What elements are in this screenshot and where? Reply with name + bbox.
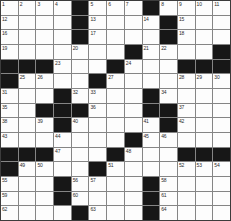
black-cell-r11c12 — [196, 148, 213, 162]
grid-cell-r15c13[interactable] — [213, 206, 230, 220]
black-cell-r4c8 — [125, 45, 142, 59]
grid-cell-r6c9[interactable] — [143, 74, 160, 88]
clue-number-31: 31 — [2, 89, 7, 95]
clue-number-44: 44 — [55, 133, 60, 139]
grid-cell-r11c9[interactable] — [143, 148, 160, 162]
grid-cell-r2c3[interactable] — [36, 16, 53, 30]
clue-number-3: 3 — [37, 1, 40, 7]
grid-cell-r12c12[interactable]: 53 — [196, 162, 213, 176]
clue-number-14: 14 — [144, 16, 149, 22]
grid-cell-r14c3[interactable] — [36, 192, 53, 206]
clue-number-4: 4 — [55, 1, 58, 7]
clue-number-13: 13 — [90, 16, 95, 22]
clue-number-42: 42 — [179, 118, 184, 124]
clue-number-60: 60 — [73, 192, 78, 198]
grid-cell-r13c8[interactable] — [125, 177, 142, 191]
grid-cell-r14c6[interactable] — [89, 192, 106, 206]
clue-number-6: 6 — [108, 1, 111, 7]
grid-cell-r12c3[interactable]: 50 — [36, 162, 53, 176]
grid-cell-r7c5[interactable]: 32 — [72, 89, 89, 103]
grid-cell-r7c13[interactable] — [213, 89, 230, 103]
black-cell-r3c5 — [72, 30, 89, 44]
clue-number-51: 51 — [108, 162, 113, 168]
black-cell-r5c2 — [19, 60, 36, 74]
grid-cell-r11c8[interactable]: 48 — [125, 148, 142, 162]
black-cell-r15c5 — [72, 206, 89, 220]
clue-number-37: 37 — [179, 104, 184, 110]
grid-cell-r1c1[interactable]: 1 — [1, 1, 18, 15]
crossword-grid: 1234567891011121314151617181920212223242… — [0, 0, 231, 221]
black-cell-r8c10 — [160, 104, 177, 118]
grid-cell-r1c6[interactable]: 5 — [89, 1, 106, 15]
black-cell-r6c1 — [1, 74, 18, 88]
clue-number-52: 52 — [179, 162, 184, 168]
grid-cell-r4c2[interactable] — [19, 45, 36, 59]
grid-cell-r9c11[interactable]: 42 — [178, 118, 195, 132]
black-cell-r8c3 — [36, 104, 53, 118]
grid-cell-r6c12[interactable]: 29 — [196, 74, 213, 88]
grid-cell-r6c8[interactable] — [125, 74, 142, 88]
black-cell-r14c4 — [54, 192, 71, 206]
clue-number-9: 9 — [179, 1, 182, 7]
grid-cell-r6c5[interactable] — [72, 74, 89, 88]
grid-cell-r1c2[interactable]: 2 — [19, 1, 36, 15]
grid-cell-r8c6[interactable]: 36 — [89, 104, 106, 118]
clue-number-7: 7 — [126, 1, 129, 7]
clue-number-48: 48 — [126, 148, 131, 154]
grid-cell-r4c11[interactable] — [178, 45, 195, 59]
clue-number-57: 57 — [90, 177, 95, 183]
grid-cell-r8c11[interactable]: 37 — [178, 104, 195, 118]
grid-cell-r4c9[interactable]: 21 — [143, 45, 160, 59]
grid-cell-r3c7[interactable] — [107, 30, 124, 44]
grid-cell-r9c13[interactable] — [213, 118, 230, 132]
grid-cell-r14c5[interactable]: 60 — [72, 192, 89, 206]
black-cell-r1c5 — [72, 1, 89, 15]
grid-cell-r7c2[interactable] — [19, 89, 36, 103]
grid-cell-r10c10[interactable]: 46 — [160, 133, 177, 147]
grid-cell-r8c13[interactable] — [213, 104, 230, 118]
grid-cell-r7c6[interactable]: 33 — [89, 89, 106, 103]
grid-cell-r4c4[interactable] — [54, 45, 71, 59]
grid-cell-r4c3[interactable] — [36, 45, 53, 59]
grid-cell-r8c12[interactable] — [196, 104, 213, 118]
black-cell-r7c9 — [143, 89, 160, 103]
grid-cell-r10c4[interactable]: 44 — [54, 133, 71, 147]
clue-number-46: 46 — [161, 133, 166, 139]
grid-cell-r9c8[interactable] — [125, 118, 142, 132]
grid-cell-r8c1[interactable]: 35 — [1, 104, 18, 118]
grid-cell-r2c7[interactable] — [107, 16, 124, 30]
grid-cell-r13c6[interactable]: 57 — [89, 177, 106, 191]
grid-cell-r9c12[interactable] — [196, 118, 213, 132]
black-cell-r5c7 — [107, 60, 124, 74]
clue-number-22: 22 — [161, 45, 166, 51]
grid-cell-r3c1[interactable]: 16 — [1, 30, 18, 44]
grid-cell-r14c13[interactable] — [213, 192, 230, 206]
grid-cell-r3c3[interactable] — [36, 30, 53, 44]
grid-cell-r15c11[interactable] — [178, 206, 195, 220]
clue-number-1: 1 — [2, 1, 5, 7]
clue-number-15: 15 — [179, 16, 184, 22]
grid-cell-r15c6[interactable]: 63 — [89, 206, 106, 220]
clue-number-2: 2 — [20, 1, 23, 7]
black-cell-r7c4 — [54, 89, 71, 103]
black-cell-r11c11 — [178, 148, 195, 162]
grid-cell-r11c6[interactable] — [89, 148, 106, 162]
clue-number-62: 62 — [2, 206, 7, 212]
grid-cell-r12c9[interactable] — [143, 162, 160, 176]
clue-number-33: 33 — [90, 89, 95, 95]
grid-cell-r10c11[interactable] — [178, 133, 195, 147]
grid-cell-r3c9[interactable] — [143, 30, 160, 44]
black-cell-r9c10 — [160, 118, 177, 132]
grid-cell-r14c7[interactable] — [107, 192, 124, 206]
grid-cell-r12c11[interactable]: 52 — [178, 162, 195, 176]
clue-number-23: 23 — [55, 60, 60, 66]
grid-cell-r6c4[interactable] — [54, 74, 71, 88]
grid-cell-r2c9[interactable]: 14 — [143, 16, 160, 30]
clue-number-24: 24 — [126, 60, 131, 66]
grid-cell-r10c13[interactable] — [213, 133, 230, 147]
grid-cell-r1c7[interactable]: 6 — [107, 1, 124, 15]
black-cell-r5c12 — [196, 60, 213, 74]
grid-cell-r9c9[interactable]: 41 — [143, 118, 160, 132]
black-cell-r12c1 — [1, 162, 18, 176]
grid-cell-r10c5[interactable] — [72, 133, 89, 147]
clue-number-36: 36 — [90, 104, 95, 110]
grid-cell-r6c13[interactable]: 30 — [213, 74, 230, 88]
black-cell-r5c1 — [1, 60, 18, 74]
grid-cell-r10c3[interactable] — [36, 133, 53, 147]
grid-cell-r13c13[interactable] — [213, 177, 230, 191]
grid-cell-r15c8[interactable] — [125, 206, 142, 220]
grid-cell-r13c1[interactable]: 55 — [1, 177, 18, 191]
black-cell-r12c6 — [89, 162, 106, 176]
clue-number-8: 8 — [161, 1, 164, 7]
grid-cell-r7c1[interactable]: 31 — [1, 89, 18, 103]
black-cell-r8c9 — [143, 104, 160, 118]
grid-cell-r7c10[interactable]: 34 — [160, 89, 177, 103]
clue-number-49: 49 — [20, 162, 25, 168]
grid-cell-r13c11[interactable] — [178, 177, 195, 191]
black-cell-r5c13 — [213, 60, 230, 74]
grid-cell-r10c1[interactable]: 43 — [1, 133, 18, 147]
grid-cell-r8c2[interactable] — [19, 104, 36, 118]
grid-cell-r9c2[interactable] — [19, 118, 36, 132]
grid-cell-r2c6[interactable]: 13 — [89, 16, 106, 30]
black-cell-r11c7 — [107, 148, 124, 162]
clue-number-21: 21 — [144, 45, 149, 51]
grid-cell-r10c9[interactable]: 45 — [143, 133, 160, 147]
clue-number-5: 5 — [90, 1, 93, 7]
grid-cell-r6c7[interactable]: 27 — [107, 74, 124, 88]
grid-cell-r13c10[interactable]: 58 — [160, 177, 177, 191]
black-cell-r8c4 — [54, 104, 71, 118]
clue-number-17: 17 — [90, 30, 95, 36]
grid-cell-r7c12[interactable] — [196, 89, 213, 103]
grid-cell-r2c12[interactable] — [196, 16, 213, 30]
grid-cell-r13c5[interactable]: 56 — [72, 177, 89, 191]
grid-cell-r9c1[interactable]: 38 — [1, 118, 18, 132]
black-cell-r11c2 — [19, 148, 36, 162]
black-cell-r3c10 — [160, 30, 177, 44]
black-cell-r2c10 — [160, 16, 177, 30]
grid-cell-r3c2[interactable] — [19, 30, 36, 44]
clue-number-54: 54 — [214, 162, 219, 168]
grid-cell-r8c7[interactable] — [107, 104, 124, 118]
clue-number-50: 50 — [37, 162, 42, 168]
crossword-puzzle: 1234567891011121314151617181920212223242… — [0, 0, 231, 221]
grid-cell-r5c10[interactable] — [160, 60, 177, 74]
grid-cell-r9c5[interactable]: 40 — [72, 118, 89, 132]
black-cell-r11c13 — [213, 148, 230, 162]
clue-number-16: 16 — [2, 30, 7, 36]
clue-number-40: 40 — [73, 118, 78, 124]
black-cell-r9c4 — [54, 118, 71, 132]
clue-number-26: 26 — [37, 74, 42, 80]
grid-cell-r3c4[interactable] — [54, 30, 71, 44]
grid-cell-r3c6[interactable]: 17 — [89, 30, 106, 44]
grid-cell-r4c10[interactable]: 22 — [160, 45, 177, 59]
clue-number-43: 43 — [2, 133, 7, 139]
grid-cell-r15c10[interactable]: 64 — [160, 206, 177, 220]
grid-cell-r12c10[interactable] — [160, 162, 177, 176]
clue-number-35: 35 — [2, 104, 7, 110]
clue-number-27: 27 — [108, 74, 113, 80]
grid-cell-r6c10[interactable] — [160, 74, 177, 88]
grid-cell-r14c10[interactable]: 61 — [160, 192, 177, 206]
grid-cell-r12c5[interactable] — [72, 162, 89, 176]
clue-number-64: 64 — [161, 206, 166, 212]
grid-cell-r12c2[interactable]: 49 — [19, 162, 36, 176]
black-cell-r13c4 — [54, 177, 71, 191]
grid-cell-r3c11[interactable]: 18 — [178, 30, 195, 44]
clue-number-19: 19 — [2, 45, 7, 51]
grid-cell-r4c12[interactable] — [196, 45, 213, 59]
grid-cell-r1c8[interactable]: 7 — [125, 1, 142, 15]
grid-cell-r4c5[interactable]: 20 — [72, 45, 89, 59]
grid-cell-r11c10[interactable] — [160, 148, 177, 162]
clue-number-32: 32 — [73, 89, 78, 95]
grid-cell-r12c4[interactable] — [54, 162, 71, 176]
clue-number-61: 61 — [161, 192, 166, 198]
black-cell-r1c9 — [143, 1, 160, 15]
grid-cell-r1c4[interactable]: 4 — [54, 1, 71, 15]
grid-cell-r9c7[interactable] — [107, 118, 124, 132]
grid-cell-r7c3[interactable] — [36, 89, 53, 103]
grid-cell-r9c6[interactable] — [89, 118, 106, 132]
grid-cell-r14c8[interactable] — [125, 192, 142, 206]
clue-number-47: 47 — [55, 148, 60, 154]
grid-cell-r10c12[interactable] — [196, 133, 213, 147]
grid-cell-r6c11[interactable]: 28 — [178, 74, 195, 88]
black-cell-r11c3 — [36, 148, 53, 162]
grid-cell-r15c2[interactable] — [19, 206, 36, 220]
grid-cell-r1c13[interactable]: 11 — [213, 1, 230, 15]
grid-cell-r2c1[interactable]: 12 — [1, 16, 18, 30]
grid-cell-r7c8[interactable] — [125, 89, 142, 103]
clue-number-30: 30 — [214, 74, 219, 80]
clue-number-12: 12 — [2, 16, 7, 22]
clue-number-45: 45 — [144, 133, 149, 139]
black-cell-r15c9 — [143, 206, 160, 220]
grid-cell-r2c2[interactable] — [19, 16, 36, 30]
clue-number-20: 20 — [73, 45, 78, 51]
grid-cell-r3c12[interactable] — [196, 30, 213, 44]
grid-cell-r1c12[interactable]: 10 — [196, 1, 213, 15]
grid-cell-r9c3[interactable]: 39 — [36, 118, 53, 132]
grid-cell-r5c4[interactable]: 23 — [54, 60, 71, 74]
grid-cell-r15c3[interactable] — [36, 206, 53, 220]
grid-cell-r8c8[interactable] — [125, 104, 142, 118]
grid-cell-r2c4[interactable] — [54, 16, 71, 30]
grid-cell-r5c9[interactable] — [143, 60, 160, 74]
grid-cell-r13c3[interactable] — [36, 177, 53, 191]
grid-cell-r14c1[interactable]: 59 — [1, 192, 18, 206]
clue-number-58: 58 — [161, 177, 166, 183]
grid-cell-r6c3[interactable]: 26 — [36, 74, 53, 88]
grid-cell-r13c7[interactable] — [107, 177, 124, 191]
clue-number-10: 10 — [197, 1, 202, 7]
grid-cell-r14c11[interactable] — [178, 192, 195, 206]
clue-number-53: 53 — [197, 162, 202, 168]
grid-cell-r6c2[interactable]: 25 — [19, 74, 36, 88]
clue-number-59: 59 — [2, 192, 7, 198]
clue-number-38: 38 — [2, 118, 7, 124]
grid-cell-r11c4[interactable]: 47 — [54, 148, 71, 162]
clue-number-11: 11 — [214, 1, 219, 7]
clue-number-25: 25 — [20, 74, 25, 80]
grid-cell-r15c12[interactable] — [196, 206, 213, 220]
black-cell-r4c13 — [213, 45, 230, 59]
grid-cell-r14c2[interactable] — [19, 192, 36, 206]
grid-cell-r3c13[interactable] — [213, 30, 230, 44]
grid-cell-r2c13[interactable] — [213, 16, 230, 30]
grid-cell-r1c3[interactable]: 3 — [36, 1, 53, 15]
grid-cell-r12c13[interactable]: 54 — [213, 162, 230, 176]
grid-cell-r2c11[interactable]: 15 — [178, 16, 195, 30]
grid-cell-r13c12[interactable] — [196, 177, 213, 191]
black-cell-r14c9 — [143, 192, 160, 206]
black-cell-r5c3 — [36, 60, 53, 74]
grid-cell-r10c7[interactable] — [107, 133, 124, 147]
grid-cell-r15c4[interactable] — [54, 206, 71, 220]
grid-cell-r15c7[interactable] — [107, 206, 124, 220]
grid-cell-r7c11[interactable] — [178, 89, 195, 103]
grid-cell-r12c8[interactable] — [125, 162, 142, 176]
grid-cell-r5c5[interactable] — [72, 60, 89, 74]
grid-cell-r13c2[interactable] — [19, 177, 36, 191]
grid-cell-r4c1[interactable]: 19 — [1, 45, 18, 59]
clue-number-41: 41 — [144, 118, 149, 124]
clue-number-55: 55 — [2, 177, 7, 183]
black-cell-r11c1 — [1, 148, 18, 162]
grid-cell-r5c8[interactable]: 24 — [125, 60, 142, 74]
grid-cell-r1c10[interactable]: 8 — [160, 1, 177, 15]
grid-cell-r11c5[interactable] — [72, 148, 89, 162]
black-cell-r2c5 — [72, 16, 89, 30]
black-cell-r5c11 — [178, 60, 195, 74]
grid-cell-r1c11[interactable]: 9 — [178, 1, 195, 15]
clue-number-34: 34 — [161, 89, 166, 95]
clue-number-18: 18 — [179, 30, 184, 36]
black-cell-r13c9 — [143, 177, 160, 191]
grid-cell-r10c2[interactable] — [19, 133, 36, 147]
black-cell-r6c6 — [89, 74, 106, 88]
clue-number-56: 56 — [73, 177, 78, 183]
clue-number-39: 39 — [37, 118, 42, 124]
grid-cell-r3c8[interactable] — [125, 30, 142, 44]
clue-number-63: 63 — [90, 206, 95, 212]
grid-cell-r12c7[interactable]: 51 — [107, 162, 124, 176]
grid-cell-r4c7[interactable] — [107, 45, 124, 59]
grid-cell-r10c6[interactable] — [89, 133, 106, 147]
grid-cell-r5c6[interactable] — [89, 60, 106, 74]
clue-number-29: 29 — [197, 74, 202, 80]
black-cell-r10c8 — [125, 133, 142, 147]
grid-cell-r2c8[interactable] — [125, 16, 142, 30]
clue-number-28: 28 — [179, 74, 184, 80]
grid-cell-r14c12[interactable] — [196, 192, 213, 206]
grid-cell-r4c6[interactable] — [89, 45, 106, 59]
black-cell-r8c5 — [72, 104, 89, 118]
grid-cell-r15c1[interactable]: 62 — [1, 206, 18, 220]
grid-cell-r7c7[interactable] — [107, 89, 124, 103]
